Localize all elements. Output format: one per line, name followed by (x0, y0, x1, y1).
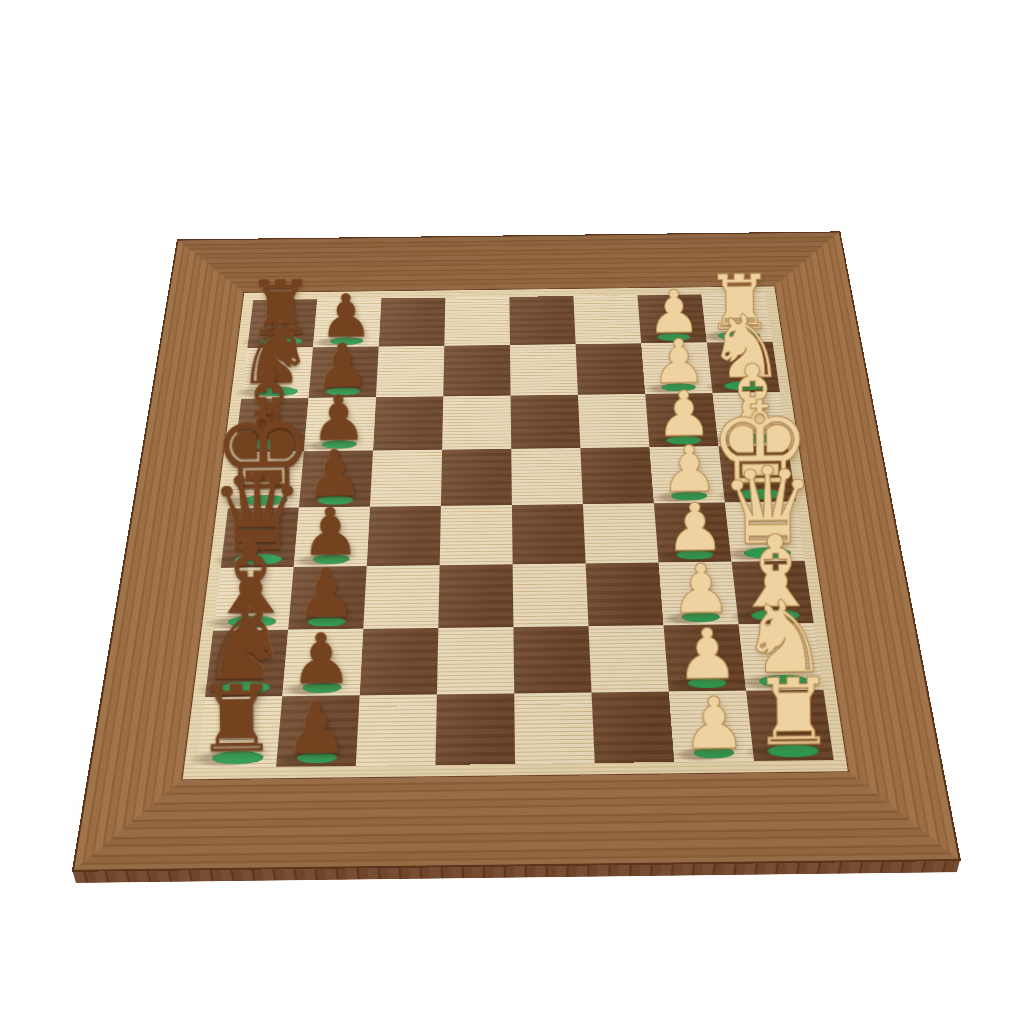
square-d3[interactable] (583, 503, 659, 563)
black-pawn[interactable]: ♟ (289, 624, 352, 694)
perspective-stage: ♜♟♟♜♞♟♟♞♝♟♟♝♚♟♟♚♛♟♟♛♝♟♟♝♞♟♟♞♜♟♟♜ (0, 0, 1024, 1024)
square-e4[interactable] (511, 448, 583, 505)
square-a1[interactable]: ♜ (746, 690, 834, 761)
square-h4[interactable] (509, 296, 575, 345)
square-f5[interactable] (442, 396, 511, 450)
white-rook[interactable]: ♜ (751, 666, 835, 759)
square-a7[interactable]: ♟ (276, 695, 360, 767)
square-d4[interactable] (512, 504, 586, 564)
square-f6[interactable] (373, 396, 443, 450)
square-c5[interactable] (438, 564, 513, 628)
square-d5[interactable] (440, 505, 513, 565)
scene: ♜♟♟♜♞♟♟♞♝♟♟♝♚♟♟♚♛♟♟♛♝♟♟♝♞♟♟♞♜♟♟♜ (0, 0, 1024, 1024)
board-grid: ♜♟♟♜♞♟♟♞♝♟♟♝♚♟♟♚♛♟♟♛♝♟♟♝♞♟♟♞♜♟♟♜ (196, 294, 833, 768)
square-g6[interactable] (376, 346, 444, 397)
square-d6[interactable] (367, 506, 441, 566)
square-g4[interactable] (510, 344, 578, 395)
square-c3[interactable] (586, 563, 664, 627)
white-pawn[interactable]: ♟ (675, 619, 738, 689)
black-pawn[interactable]: ♟ (283, 692, 348, 765)
square-h6[interactable] (379, 298, 446, 347)
square-h5[interactable] (444, 297, 510, 346)
square-e3[interactable] (580, 447, 654, 504)
square-g3[interactable] (576, 343, 646, 394)
square-e5[interactable] (441, 449, 512, 506)
square-f3[interactable] (578, 394, 650, 448)
chess-board: ♜♟♟♜♞♟♟♞♝♟♟♝♚♟♟♚♛♟♟♛♝♟♟♝♞♟♟♞♜♟♟♜ (72, 231, 961, 871)
square-a8[interactable]: ♜ (196, 696, 282, 768)
black-rook[interactable]: ♜ (194, 673, 278, 766)
square-b4[interactable] (513, 626, 591, 693)
square-g5[interactable] (443, 345, 510, 396)
square-c6[interactable] (363, 565, 439, 629)
board-border-strip: ♜♟♟♜♞♟♟♞♝♟♟♝♚♟♟♚♛♟♟♛♝♟♟♝♞♟♟♞♜♟♟♜ (181, 286, 849, 781)
square-b6[interactable] (360, 628, 439, 695)
square-c4[interactable] (513, 563, 589, 627)
square-b5[interactable] (437, 627, 514, 694)
square-a3[interactable] (592, 692, 675, 763)
square-h3[interactable] (573, 295, 641, 344)
square-b3[interactable] (588, 625, 668, 692)
square-a4[interactable] (514, 693, 595, 764)
square-f4[interactable] (511, 395, 581, 449)
square-a6[interactable] (356, 694, 437, 765)
square-a2[interactable]: ♟ (669, 691, 754, 762)
white-pawn[interactable]: ♟ (681, 687, 746, 760)
square-a5[interactable] (435, 693, 515, 764)
square-e6[interactable] (370, 450, 442, 507)
